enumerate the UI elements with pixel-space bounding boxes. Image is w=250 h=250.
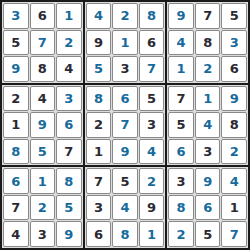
sudoku-cell-r9c3[interactable]: 9 (56, 221, 82, 247)
sudoku-cell-r7c7[interactable]: 3 (168, 168, 194, 194)
sudoku-cell-r5c5[interactable]: 7 (112, 112, 138, 138)
sudoku-cell-r8c6[interactable]: 9 (139, 195, 165, 221)
sudoku-cell-r1c8[interactable]: 7 (195, 3, 221, 29)
sudoku-cell-r2c1[interactable]: 5 (3, 30, 29, 56)
sudoku-cell-r6c3[interactable]: 7 (56, 139, 82, 165)
sudoku-cell-r1c9[interactable]: 5 (221, 3, 247, 29)
sudoku-cell-r5c1[interactable]: 1 (3, 112, 29, 138)
sudoku-cell-r8c2[interactable]: 2 (30, 195, 56, 221)
sudoku-box-9: 394861257 (167, 167, 248, 248)
sudoku-cell-r6c7[interactable]: 6 (168, 139, 194, 165)
sudoku-cell-r1c2[interactable]: 6 (30, 3, 56, 29)
sudoku-cell-r7c5[interactable]: 5 (112, 168, 138, 194)
sudoku-cell-r9c1[interactable]: 4 (3, 221, 29, 247)
sudoku-cell-r3c5[interactable]: 3 (112, 56, 138, 82)
sudoku-box-6: 719548632 (167, 85, 248, 166)
sudoku-cell-r8c4[interactable]: 3 (86, 195, 112, 221)
sudoku-cell-r8c9[interactable]: 1 (221, 195, 247, 221)
sudoku-cell-r2c2[interactable]: 7 (30, 30, 56, 56)
sudoku-box-1: 361572984 (2, 2, 83, 83)
sudoku-cell-r3c3[interactable]: 4 (56, 56, 82, 82)
sudoku-cell-r7c6[interactable]: 2 (139, 168, 165, 194)
sudoku-cell-r2c9[interactable]: 3 (221, 30, 247, 56)
sudoku-cell-r9c2[interactable]: 3 (30, 221, 56, 247)
sudoku-cell-r1c4[interactable]: 4 (86, 3, 112, 29)
sudoku-cell-r7c1[interactable]: 6 (3, 168, 29, 194)
sudoku-cell-r5c9[interactable]: 8 (221, 112, 247, 138)
sudoku-cell-r7c3[interactable]: 8 (56, 168, 82, 194)
sudoku-cell-r6c1[interactable]: 8 (3, 139, 29, 165)
sudoku-cell-r6c8[interactable]: 3 (195, 139, 221, 165)
sudoku-cell-r4c9[interactable]: 9 (221, 86, 247, 112)
sudoku-cell-r6c2[interactable]: 5 (30, 139, 56, 165)
sudoku-cell-r5c3[interactable]: 6 (56, 112, 82, 138)
sudoku-cell-r8c1[interactable]: 7 (3, 195, 29, 221)
sudoku-box-3: 975483126 (167, 2, 248, 83)
sudoku-cell-r3c2[interactable]: 8 (30, 56, 56, 82)
sudoku-box-8: 752349681 (85, 167, 166, 248)
sudoku-cell-r4c1[interactable]: 2 (3, 86, 29, 112)
sudoku-cell-r4c2[interactable]: 4 (30, 86, 56, 112)
sudoku-cell-r1c5[interactable]: 2 (112, 3, 138, 29)
sudoku-cell-r6c5[interactable]: 9 (112, 139, 138, 165)
sudoku-cell-r4c8[interactable]: 1 (195, 86, 221, 112)
sudoku-cell-r3c6[interactable]: 7 (139, 56, 165, 82)
sudoku-cell-r7c9[interactable]: 4 (221, 168, 247, 194)
sudoku-cell-r9c7[interactable]: 2 (168, 221, 194, 247)
sudoku-cell-r8c7[interactable]: 8 (168, 195, 194, 221)
sudoku-box-5: 865273194 (85, 85, 166, 166)
sudoku-cell-r8c3[interactable]: 5 (56, 195, 82, 221)
sudoku-cell-r9c9[interactable]: 7 (221, 221, 247, 247)
sudoku-cell-r1c6[interactable]: 8 (139, 3, 165, 29)
sudoku-cell-r6c6[interactable]: 4 (139, 139, 165, 165)
sudoku-cell-r1c1[interactable]: 3 (3, 3, 29, 29)
sudoku-box-2: 428916537 (85, 2, 166, 83)
sudoku-cell-r2c5[interactable]: 1 (112, 30, 138, 56)
sudoku-cell-r9c8[interactable]: 5 (195, 221, 221, 247)
sudoku-cell-r7c8[interactable]: 9 (195, 168, 221, 194)
sudoku-cell-r5c2[interactable]: 9 (30, 112, 56, 138)
sudoku-cell-r9c5[interactable]: 8 (112, 221, 138, 247)
sudoku-box-4: 243196857 (2, 85, 83, 166)
sudoku-cell-r6c9[interactable]: 2 (221, 139, 247, 165)
sudoku-cell-r5c8[interactable]: 4 (195, 112, 221, 138)
sudoku-cell-r1c7[interactable]: 9 (168, 3, 194, 29)
sudoku-board: 3615729844289165379754831262431968578652… (0, 0, 250, 250)
sudoku-cell-r5c6[interactable]: 3 (139, 112, 165, 138)
sudoku-cell-r4c4[interactable]: 8 (86, 86, 112, 112)
sudoku-cell-r2c6[interactable]: 6 (139, 30, 165, 56)
sudoku-cell-r1c3[interactable]: 1 (56, 3, 82, 29)
sudoku-cell-r3c9[interactable]: 6 (221, 56, 247, 82)
sudoku-cell-r3c7[interactable]: 1 (168, 56, 194, 82)
sudoku-cell-r2c4[interactable]: 9 (86, 30, 112, 56)
sudoku-cell-r3c1[interactable]: 9 (3, 56, 29, 82)
sudoku-cell-r5c7[interactable]: 5 (168, 112, 194, 138)
sudoku-cell-r4c7[interactable]: 7 (168, 86, 194, 112)
sudoku-cell-r7c2[interactable]: 1 (30, 168, 56, 194)
sudoku-cell-r8c8[interactable]: 6 (195, 195, 221, 221)
sudoku-cell-r6c4[interactable]: 1 (86, 139, 112, 165)
sudoku-cell-r3c4[interactable]: 5 (86, 56, 112, 82)
sudoku-cell-r5c4[interactable]: 2 (86, 112, 112, 138)
sudoku-cell-r9c4[interactable]: 6 (86, 221, 112, 247)
sudoku-cell-r9c6[interactable]: 1 (139, 221, 165, 247)
sudoku-cell-r8c5[interactable]: 4 (112, 195, 138, 221)
sudoku-cell-r2c3[interactable]: 2 (56, 30, 82, 56)
sudoku-cell-r4c6[interactable]: 5 (139, 86, 165, 112)
sudoku-box-7: 618725439 (2, 167, 83, 248)
sudoku-cell-r2c8[interactable]: 8 (195, 30, 221, 56)
sudoku-cell-r3c8[interactable]: 2 (195, 56, 221, 82)
sudoku-cell-r7c4[interactable]: 7 (86, 168, 112, 194)
sudoku-cell-r2c7[interactable]: 4 (168, 30, 194, 56)
sudoku-cell-r4c3[interactable]: 3 (56, 86, 82, 112)
sudoku-cell-r4c5[interactable]: 6 (112, 86, 138, 112)
